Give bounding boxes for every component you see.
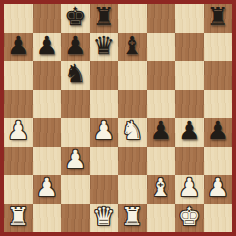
- square-d2[interactable]: [90, 175, 119, 204]
- square-a6[interactable]: [4, 61, 33, 90]
- white-rook-icon[interactable]: ♜: [121, 204, 143, 232]
- white-queen-icon[interactable]: ♛: [93, 204, 115, 232]
- square-b7[interactable]: ♟: [33, 33, 62, 62]
- square-g8[interactable]: [175, 4, 204, 33]
- square-a7[interactable]: ♟: [4, 33, 33, 62]
- black-rook-icon[interactable]: ♜: [207, 4, 229, 32]
- square-e5[interactable]: [118, 90, 147, 119]
- square-d6[interactable]: [90, 61, 119, 90]
- white-pawn-icon[interactable]: ♟: [7, 118, 29, 146]
- square-f3[interactable]: [147, 147, 176, 176]
- square-a3[interactable]: [4, 147, 33, 176]
- square-e4[interactable]: ♞: [118, 118, 147, 147]
- black-bishop-icon[interactable]: ♝: [121, 33, 143, 61]
- square-d7[interactable]: ♛: [90, 33, 119, 62]
- white-pawn-icon[interactable]: ♟: [93, 118, 115, 146]
- white-pawn-icon[interactable]: ♟: [36, 175, 58, 203]
- white-knight-icon[interactable]: ♞: [121, 118, 143, 146]
- square-h1[interactable]: [204, 204, 233, 233]
- black-king-icon[interactable]: ♚: [64, 4, 86, 32]
- white-rook-icon[interactable]: ♜: [7, 204, 29, 232]
- black-knight-icon[interactable]: ♞: [64, 61, 86, 89]
- square-d5[interactable]: [90, 90, 119, 119]
- square-c3[interactable]: ♟: [61, 147, 90, 176]
- square-g3[interactable]: [175, 147, 204, 176]
- black-queen-icon[interactable]: ♛: [93, 33, 115, 61]
- square-c7[interactable]: ♟: [61, 33, 90, 62]
- black-pawn-icon[interactable]: ♟: [7, 33, 29, 61]
- square-e7[interactable]: ♝: [118, 33, 147, 62]
- square-e6[interactable]: [118, 61, 147, 90]
- chess-board: ♚♜♜♟♟♟♛♝♞♟♟♞♟♟♟♟♟♝♟♟♜♛♜♚: [0, 0, 236, 236]
- square-g1[interactable]: ♚: [175, 204, 204, 233]
- square-b8[interactable]: [33, 4, 62, 33]
- square-e3[interactable]: [118, 147, 147, 176]
- square-b6[interactable]: [33, 61, 62, 90]
- black-pawn-icon[interactable]: ♟: [64, 33, 86, 61]
- square-b1[interactable]: [33, 204, 62, 233]
- square-c1[interactable]: [61, 204, 90, 233]
- black-pawn-icon[interactable]: ♟: [178, 118, 200, 146]
- square-e8[interactable]: [118, 4, 147, 33]
- square-d4[interactable]: ♟: [90, 118, 119, 147]
- square-g6[interactable]: [175, 61, 204, 90]
- square-h8[interactable]: ♜: [204, 4, 233, 33]
- square-b4[interactable]: [33, 118, 62, 147]
- square-e1[interactable]: ♜: [118, 204, 147, 233]
- square-d1[interactable]: ♛: [90, 204, 119, 233]
- white-pawn-icon[interactable]: ♟: [64, 147, 86, 175]
- square-f6[interactable]: [147, 61, 176, 90]
- square-d3[interactable]: [90, 147, 119, 176]
- square-f5[interactable]: [147, 90, 176, 119]
- square-h4[interactable]: ♟: [204, 118, 233, 147]
- square-h7[interactable]: [204, 33, 233, 62]
- square-c5[interactable]: [61, 90, 90, 119]
- white-pawn-icon[interactable]: ♟: [178, 175, 200, 203]
- square-h6[interactable]: [204, 61, 233, 90]
- square-a4[interactable]: ♟: [4, 118, 33, 147]
- square-a2[interactable]: [4, 175, 33, 204]
- square-g7[interactable]: [175, 33, 204, 62]
- square-d8[interactable]: ♜: [90, 4, 119, 33]
- square-a8[interactable]: [4, 4, 33, 33]
- square-c8[interactable]: ♚: [61, 4, 90, 33]
- square-f1[interactable]: [147, 204, 176, 233]
- black-pawn-icon[interactable]: ♟: [150, 118, 172, 146]
- square-f4[interactable]: ♟: [147, 118, 176, 147]
- board-grid: ♚♜♜♟♟♟♛♝♞♟♟♞♟♟♟♟♟♝♟♟♜♛♜♚: [4, 4, 232, 232]
- white-king-icon[interactable]: ♚: [178, 204, 200, 232]
- square-e2[interactable]: [118, 175, 147, 204]
- square-f2[interactable]: ♝: [147, 175, 176, 204]
- square-h3[interactable]: [204, 147, 233, 176]
- white-pawn-icon[interactable]: ♟: [207, 175, 229, 203]
- square-c6[interactable]: ♞: [61, 61, 90, 90]
- white-bishop-icon[interactable]: ♝: [150, 175, 172, 203]
- square-g2[interactable]: ♟: [175, 175, 204, 204]
- square-a5[interactable]: [4, 90, 33, 119]
- square-c4[interactable]: [61, 118, 90, 147]
- square-b3[interactable]: [33, 147, 62, 176]
- black-pawn-icon[interactable]: ♟: [36, 33, 58, 61]
- square-g5[interactable]: [175, 90, 204, 119]
- black-pawn-icon[interactable]: ♟: [207, 118, 229, 146]
- square-b5[interactable]: [33, 90, 62, 119]
- square-g4[interactable]: ♟: [175, 118, 204, 147]
- square-h2[interactable]: ♟: [204, 175, 233, 204]
- black-rook-icon[interactable]: ♜: [93, 4, 115, 32]
- square-f7[interactable]: [147, 33, 176, 62]
- square-b2[interactable]: ♟: [33, 175, 62, 204]
- square-c2[interactable]: [61, 175, 90, 204]
- square-a1[interactable]: ♜: [4, 204, 33, 233]
- square-f8[interactable]: [147, 4, 176, 33]
- square-h5[interactable]: [204, 90, 233, 119]
